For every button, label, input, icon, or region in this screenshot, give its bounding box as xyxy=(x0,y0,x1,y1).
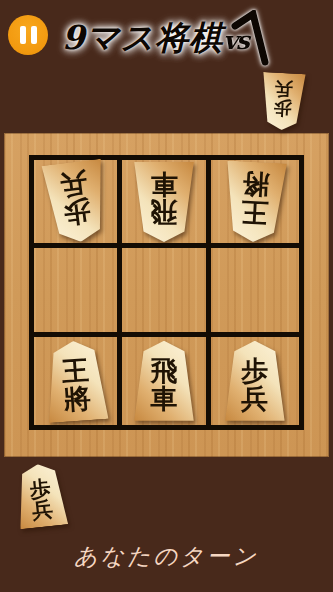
board-panel: 歩 兵 飛 車 王 將 王 xyxy=(4,133,329,457)
pause-icon xyxy=(20,26,26,44)
sente-hand-tray: 歩 兵 xyxy=(0,457,333,532)
gote-hand-slot: 歩 兵 xyxy=(261,73,305,130)
vs-piece-logo: vs xyxy=(225,10,271,66)
pause-button[interactable] xyxy=(8,15,48,55)
piece-sente-fuhyo: 歩 兵 xyxy=(224,341,286,421)
vs-label: vs xyxy=(223,26,248,55)
board-cell-b3[interactable]: 飛 車 xyxy=(122,160,210,248)
status-bar: あなたのターン xyxy=(0,532,333,592)
board-cell-a2[interactable] xyxy=(34,248,122,336)
gote-hand-tray: 歩 兵 xyxy=(0,70,333,133)
app-root: 9マス将棋 vs 歩 兵 歩 兵 xyxy=(0,0,333,592)
sente-hand-slot[interactable]: 歩 兵 xyxy=(16,464,66,527)
board-cell-a3[interactable]: 歩 兵 xyxy=(34,160,122,248)
board-cell-c1[interactable]: 歩 兵 xyxy=(211,337,299,425)
board-cell-c3[interactable]: 王 將 xyxy=(211,160,299,248)
piece-sente-osho: 王 將 xyxy=(42,339,109,423)
board-cell-a1[interactable]: 王 將 xyxy=(34,337,122,425)
board-cell-c2[interactable] xyxy=(211,248,299,336)
pause-icon xyxy=(31,26,37,44)
piece-gote-fuhyo: 歩 兵 xyxy=(40,158,111,245)
piece-gote-hisha: 飛 車 xyxy=(133,162,195,242)
board-grid: 歩 兵 飛 車 王 將 王 xyxy=(29,155,304,430)
top-bar: 9マス将棋 vs xyxy=(0,0,333,70)
piece-sente-fuhyo-in-hand[interactable]: 歩 兵 xyxy=(13,462,69,530)
board-cell-b1[interactable]: 飛 車 xyxy=(122,337,210,425)
turn-indicator: あなたのターン xyxy=(74,541,259,572)
piece-sente-hisha: 飛 車 xyxy=(133,341,195,421)
app-title: 9マス将棋 xyxy=(62,21,224,54)
piece-gote-osho: 王 將 xyxy=(222,160,288,243)
piece-gote-fuhyo-in-hand: 歩 兵 xyxy=(260,72,307,131)
board-cell-b2[interactable] xyxy=(122,248,210,336)
